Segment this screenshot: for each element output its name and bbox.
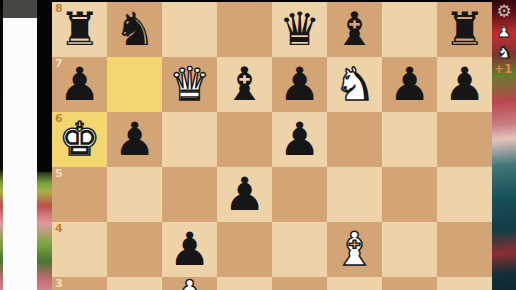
settings-gear-icon[interactable]: ⚙ (494, 1, 514, 21)
square-h8[interactable]: ♜ (437, 2, 492, 57)
square-c7[interactable]: ♛ (162, 57, 217, 112)
piece-black-knight[interactable]: ♞ (107, 2, 162, 57)
square-b4[interactable] (107, 222, 162, 277)
square-d6[interactable] (217, 112, 272, 167)
square-b5[interactable] (107, 167, 162, 222)
chess-board: 8♜♞♛♝♜7♟♛♝♟♞♟♟6♚♟♟5♟4♟♝3♟21 (52, 2, 492, 290)
square-d7[interactable]: ♝ (217, 57, 272, 112)
square-g3[interactable] (382, 277, 437, 290)
rank-label-7: 7 (55, 58, 63, 70)
rank-label-4: 4 (55, 223, 63, 235)
square-b6[interactable]: ♟ (107, 112, 162, 167)
square-h3[interactable] (437, 277, 492, 290)
captured-pawn-icon: ♟ (495, 23, 513, 41)
square-b8[interactable]: ♞ (107, 2, 162, 57)
square-a4[interactable]: 4 (52, 222, 107, 277)
square-f5[interactable] (327, 167, 382, 222)
square-h5[interactable] (437, 167, 492, 222)
square-c6[interactable] (162, 112, 217, 167)
square-g5[interactable] (382, 167, 437, 222)
square-f4[interactable]: ♝ (327, 222, 382, 277)
square-g6[interactable] (382, 112, 437, 167)
piece-black-pawn[interactable]: ♟ (272, 112, 327, 167)
square-e8[interactable]: ♛ (272, 2, 327, 57)
square-e4[interactable] (272, 222, 327, 277)
square-c3[interactable]: ♟ (162, 277, 217, 290)
square-h7[interactable]: ♟ (437, 57, 492, 112)
piece-black-pawn[interactable]: ♟ (162, 222, 217, 277)
rank-label-6: 6 (55, 113, 63, 125)
piece-black-pawn[interactable]: ♟ (107, 112, 162, 167)
square-e6[interactable]: ♟ (272, 112, 327, 167)
left-strip-cap (3, 0, 37, 18)
square-a3[interactable]: 3 (52, 277, 107, 290)
piece-black-pawn[interactable]: ♟ (217, 167, 272, 222)
square-g7[interactable]: ♟ (382, 57, 437, 112)
left-black-bar (37, 0, 52, 172)
rank-label-5: 5 (55, 168, 63, 180)
piece-white-knight[interactable]: ♞ (327, 57, 382, 112)
left-white-strip (3, 18, 37, 290)
piece-black-bishop[interactable]: ♝ (327, 2, 382, 57)
piece-black-pawn[interactable]: ♟ (437, 57, 492, 112)
board-container: 8♜♞♛♝♜7♟♛♝♟♞♟♟6♚♟♟5♟4♟♝3♟21 (52, 0, 492, 290)
square-d5[interactable]: ♟ (217, 167, 272, 222)
square-g8[interactable] (382, 2, 437, 57)
square-d3[interactable] (217, 277, 272, 290)
square-a7[interactable]: 7♟ (52, 57, 107, 112)
square-e5[interactable] (272, 167, 327, 222)
video-frame: 8♜♞♛♝♜7♟♛♝♟♞♟♟6♚♟♟5♟4♟♝3♟21 ⚙ ♟ ♞ +1 (0, 0, 516, 290)
square-h4[interactable] (437, 222, 492, 277)
piece-white-queen[interactable]: ♛ (162, 57, 217, 112)
square-f6[interactable] (327, 112, 382, 167)
square-f3[interactable] (327, 277, 382, 290)
square-c5[interactable] (162, 167, 217, 222)
square-a8[interactable]: 8♜ (52, 2, 107, 57)
piece-black-pawn[interactable]: ♟ (382, 57, 437, 112)
piece-black-bishop[interactable]: ♝ (217, 57, 272, 112)
piece-black-pawn[interactable]: ♟ (272, 57, 327, 112)
square-c8[interactable] (162, 2, 217, 57)
captured-knight-icon: ♞ (494, 42, 514, 62)
piece-black-queen[interactable]: ♛ (272, 2, 327, 57)
square-h6[interactable] (437, 112, 492, 167)
square-g4[interactable] (382, 222, 437, 277)
square-b3[interactable] (107, 277, 162, 290)
square-e3[interactable] (272, 277, 327, 290)
square-b7[interactable] (107, 57, 162, 112)
rank-label-3: 3 (55, 278, 63, 290)
piece-white-pawn[interactable]: ♟ (162, 270, 217, 290)
square-a6[interactable]: 6♚ (52, 112, 107, 167)
square-e7[interactable]: ♟ (272, 57, 327, 112)
piece-white-bishop[interactable]: ♝ (327, 222, 382, 277)
material-advantage-badge: +1 (494, 62, 512, 76)
square-a5[interactable]: 5 (52, 167, 107, 222)
square-d4[interactable] (217, 222, 272, 277)
piece-black-rook[interactable]: ♜ (437, 2, 492, 57)
background-photo-right: ⚙ ♟ ♞ +1 (492, 0, 516, 290)
square-d8[interactable] (217, 2, 272, 57)
rank-label-8: 8 (55, 3, 63, 15)
square-c4[interactable]: ♟ (162, 222, 217, 277)
square-f7[interactable]: ♞ (327, 57, 382, 112)
square-f8[interactable]: ♝ (327, 2, 382, 57)
